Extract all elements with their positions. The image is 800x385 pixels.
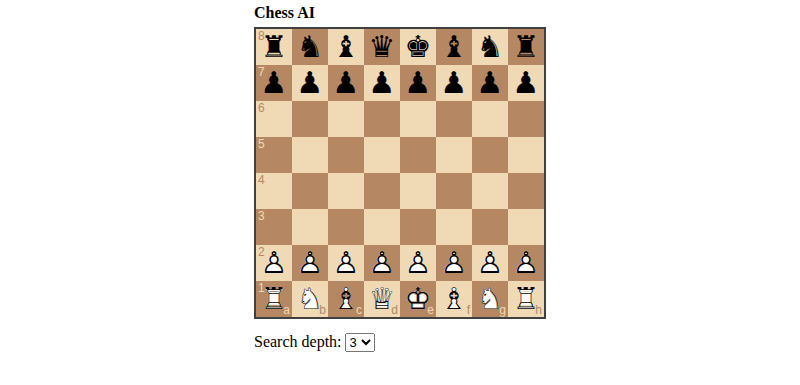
square-g1[interactable]: g♞♘ [472,281,508,317]
square-b6[interactable] [292,101,328,137]
square-f8[interactable]: ♝ [436,29,472,65]
square-h3[interactable] [508,209,544,245]
piece-outline: ♕ [364,281,400,317]
white-pawn[interactable]: ♟︎♙ [400,245,436,281]
square-d1[interactable]: d♛♕ [364,281,400,317]
square-e8[interactable]: ♚ [400,29,436,65]
white-rook[interactable]: ♜♖ [508,281,544,317]
square-a4[interactable]: 4 [256,173,292,209]
square-c4[interactable] [328,173,364,209]
square-e4[interactable] [400,173,436,209]
rank-label-4: 4 [258,174,265,186]
black-pawn[interactable]: ♟︎ [400,65,436,101]
square-g4[interactable] [472,173,508,209]
square-c3[interactable] [328,209,364,245]
square-g8[interactable]: ♞ [472,29,508,65]
square-e1[interactable]: e♚♔ [400,281,436,317]
square-b3[interactable] [292,209,328,245]
rank-label-5: 5 [258,138,265,150]
square-f1[interactable]: f♝♗ [436,281,472,317]
piece-outline: ♖ [508,281,544,317]
square-g2[interactable]: ♟︎♙ [472,245,508,281]
square-b1[interactable]: b♞♘ [292,281,328,317]
black-knight[interactable]: ♞ [472,29,508,65]
square-f4[interactable] [436,173,472,209]
piece-outline: ♙ [292,245,328,281]
square-a2[interactable]: 2♟︎♙ [256,245,292,281]
piece-outline: ♗ [436,281,472,317]
square-b4[interactable] [292,173,328,209]
square-e3[interactable] [400,209,436,245]
square-c8[interactable]: ♝ [328,29,364,65]
square-g7[interactable]: ♟︎ [472,65,508,101]
square-h8[interactable]: ♜ [508,29,544,65]
square-a3[interactable]: 3 [256,209,292,245]
square-d6[interactable] [364,101,400,137]
black-pawn[interactable]: ♟︎ [364,65,400,101]
square-f5[interactable] [436,137,472,173]
square-a6[interactable]: 6 [256,101,292,137]
black-king[interactable]: ♚ [400,29,436,65]
chess-board[interactable]: 8♜♞♝♛♚♝♞♜7♟︎♟︎♟︎♟︎♟︎♟︎♟︎♟︎65432♟︎♙♟︎♙♟︎♙… [254,27,546,319]
square-a7[interactable]: 7♟︎ [256,65,292,101]
white-pawn[interactable]: ♟︎♙ [364,245,400,281]
black-pawn[interactable]: ♟︎ [292,65,328,101]
square-e2[interactable]: ♟︎♙ [400,245,436,281]
piece-outline: ♙ [508,245,544,281]
black-rook[interactable]: ♜ [256,29,292,65]
black-queen[interactable]: ♛ [364,29,400,65]
square-c7[interactable]: ♟︎ [328,65,364,101]
square-d7[interactable]: ♟︎ [364,65,400,101]
piece-outline: ♘ [292,281,328,317]
white-pawn[interactable]: ♟︎♙ [292,245,328,281]
square-h2[interactable]: ♟︎♙ [508,245,544,281]
square-g6[interactable] [472,101,508,137]
square-h1[interactable]: h♜♖ [508,281,544,317]
white-pawn[interactable]: ♟︎♙ [436,245,472,281]
square-f6[interactable] [436,101,472,137]
piece-outline: ♙ [436,245,472,281]
white-rook[interactable]: ♜♖ [256,281,292,317]
square-b5[interactable] [292,137,328,173]
piece-outline: ♔ [400,281,436,317]
rank-label-6: 6 [258,102,265,114]
square-e7[interactable]: ♟︎ [400,65,436,101]
square-d2[interactable]: ♟︎♙ [364,245,400,281]
square-b2[interactable]: ♟︎♙ [292,245,328,281]
square-a5[interactable]: 5 [256,137,292,173]
black-pawn[interactable]: ♟︎ [328,65,364,101]
piece-outline: ♙ [256,245,292,281]
square-a1[interactable]: 1a♜♖ [256,281,292,317]
piece-outline: ♙ [328,245,364,281]
piece-outline: ♖ [256,281,292,317]
square-b7[interactable]: ♟︎ [292,65,328,101]
black-pawn[interactable]: ♟︎ [508,65,544,101]
square-g3[interactable] [472,209,508,245]
piece-outline: ♗ [328,281,364,317]
piece-outline: ♙ [400,245,436,281]
app-container: Chess AI 8♜♞♝♛♚♝♞♜7♟︎♟︎♟︎♟︎♟︎♟︎♟︎♟︎65432… [254,0,546,352]
square-b8[interactable]: ♞ [292,29,328,65]
white-king[interactable]: ♚♔ [400,281,436,317]
square-c2[interactable]: ♟︎♙ [328,245,364,281]
square-h7[interactable]: ♟︎ [508,65,544,101]
search-depth-select[interactable]: 3 [345,333,375,352]
square-d4[interactable] [364,173,400,209]
black-pawn[interactable]: ♟︎ [472,65,508,101]
square-g5[interactable] [472,137,508,173]
white-bishop[interactable]: ♝♗ [328,281,364,317]
square-e5[interactable] [400,137,436,173]
black-pawn[interactable]: ♟︎ [256,65,292,101]
square-f2[interactable]: ♟︎♙ [436,245,472,281]
controls-row: Search depth:3 [254,333,546,352]
square-h4[interactable] [508,173,544,209]
square-d5[interactable] [364,137,400,173]
piece-outline: ♘ [472,281,508,317]
square-d8[interactable]: ♛ [364,29,400,65]
black-knight[interactable]: ♞ [292,29,328,65]
white-knight[interactable]: ♞♘ [292,281,328,317]
square-c6[interactable] [328,101,364,137]
white-pawn[interactable]: ♟︎♙ [472,245,508,281]
square-d3[interactable] [364,209,400,245]
white-pawn[interactable]: ♟︎♙ [328,245,364,281]
square-h5[interactable] [508,137,544,173]
white-queen[interactable]: ♛♕ [364,281,400,317]
piece-outline: ♙ [364,245,400,281]
square-c1[interactable]: c♝♗ [328,281,364,317]
square-c5[interactable] [328,137,364,173]
black-pawn[interactable]: ♟︎ [436,65,472,101]
white-pawn[interactable]: ♟︎♙ [508,245,544,281]
square-f7[interactable]: ♟︎ [436,65,472,101]
piece-outline: ♙ [472,245,508,281]
square-a8[interactable]: 8♜ [256,29,292,65]
white-bishop[interactable]: ♝♗ [436,281,472,317]
black-bishop[interactable]: ♝ [436,29,472,65]
black-rook[interactable]: ♜ [508,29,544,65]
black-bishop[interactable]: ♝ [328,29,364,65]
square-h6[interactable] [508,101,544,137]
square-e6[interactable] [400,101,436,137]
white-knight[interactable]: ♞♘ [472,281,508,317]
white-pawn[interactable]: ♟︎♙ [256,245,292,281]
rank-label-3: 3 [258,210,265,222]
page-title: Chess AI [254,4,546,22]
search-depth-label: Search depth: [254,333,342,350]
square-f3[interactable] [436,209,472,245]
